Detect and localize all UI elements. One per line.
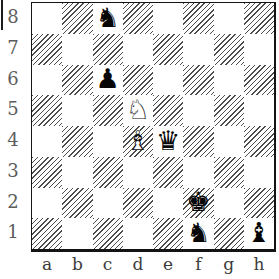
square-f3 [183, 157, 213, 188]
square-f8 [183, 3, 213, 34]
rank-label-4: 4 [0, 125, 26, 156]
chess-board: ♞♟♞♘♝♗♛♚♞♝ [31, 2, 276, 252]
rank-label-3: 3 [0, 156, 26, 187]
white-bishop: ♝♗ [123, 126, 153, 157]
square-a7 [32, 34, 62, 65]
square-d8 [123, 3, 153, 34]
square-g4 [214, 126, 244, 157]
square-b8 [62, 3, 92, 34]
square-a2 [32, 188, 62, 219]
square-b2 [62, 188, 92, 219]
square-e3 [153, 157, 183, 188]
square-b1 [62, 218, 92, 249]
square-c7 [93, 34, 123, 65]
file-label-g: g [214, 252, 244, 278]
square-b3 [62, 157, 92, 188]
square-f5 [183, 95, 213, 126]
square-a5 [32, 95, 62, 126]
square-f4 [183, 126, 213, 157]
square-c1 [93, 218, 123, 249]
square-h6 [244, 65, 274, 96]
square-d4: ♝♗ [123, 126, 153, 157]
square-c6: ♟ [93, 65, 123, 96]
black-knight: ♞ [93, 3, 123, 34]
square-b4 [62, 126, 92, 157]
black-knight: ♞ [183, 218, 213, 249]
square-h1: ♝ [244, 218, 274, 249]
square-b5 [62, 95, 92, 126]
square-a8 [32, 3, 62, 34]
square-h3 [244, 157, 274, 188]
rank-label-1: 1 [0, 217, 26, 248]
file-label-c: c [93, 252, 123, 278]
square-e7 [153, 34, 183, 65]
square-g8 [214, 3, 244, 34]
square-d7 [123, 34, 153, 65]
rank-label-2: 2 [0, 187, 26, 218]
file-label-a: a [32, 252, 62, 278]
square-h4 [244, 126, 274, 157]
square-g5 [214, 95, 244, 126]
square-h8 [244, 3, 274, 34]
square-c4 [93, 126, 123, 157]
black-bishop: ♝ [244, 218, 274, 249]
rank-label-5: 5 [0, 94, 26, 125]
square-e8 [153, 3, 183, 34]
square-d1 [123, 218, 153, 249]
square-g1 [214, 218, 244, 249]
file-labels: abcdefgh [32, 252, 274, 278]
file-label-f: f [183, 252, 213, 278]
square-e5 [153, 95, 183, 126]
rank-label-7: 7 [0, 33, 26, 64]
square-e6 [153, 65, 183, 96]
square-h2 [244, 188, 274, 219]
white-knight: ♞♘ [123, 95, 153, 126]
square-f2: ♚ [183, 188, 213, 219]
square-f6 [183, 65, 213, 96]
square-a3 [32, 157, 62, 188]
square-e1 [153, 218, 183, 249]
square-g3 [214, 157, 244, 188]
square-b7 [62, 34, 92, 65]
square-a6 [32, 65, 62, 96]
square-f1: ♞ [183, 218, 213, 249]
square-c3 [93, 157, 123, 188]
file-label-e: e [153, 252, 183, 278]
square-h5 [244, 95, 274, 126]
black-pawn: ♟ [93, 65, 123, 96]
square-e2 [153, 188, 183, 219]
square-f7 [183, 34, 213, 65]
file-label-b: b [62, 252, 92, 278]
square-e4: ♛ [153, 126, 183, 157]
square-d6 [123, 65, 153, 96]
square-d5: ♞♘ [123, 95, 153, 126]
square-c2 [93, 188, 123, 219]
square-g6 [214, 65, 244, 96]
square-g2 [214, 188, 244, 219]
chess-diagram-page: 87654321 ♞♟♞♘♝♗♛♚♞♝ abcdefgh [0, 0, 279, 279]
black-queen: ♛ [153, 126, 183, 157]
square-d3 [123, 157, 153, 188]
rank-label-8: 8 [0, 2, 26, 33]
square-h7 [244, 34, 274, 65]
file-label-h: h [244, 252, 274, 278]
square-a1 [32, 218, 62, 249]
rank-label-6: 6 [0, 64, 26, 95]
square-g7 [214, 34, 244, 65]
square-c5 [93, 95, 123, 126]
square-d2 [123, 188, 153, 219]
square-c8: ♞ [93, 3, 123, 34]
black-king: ♚ [183, 188, 213, 219]
square-a4 [32, 126, 62, 157]
square-b6 [62, 65, 92, 96]
file-label-d: d [123, 252, 153, 278]
